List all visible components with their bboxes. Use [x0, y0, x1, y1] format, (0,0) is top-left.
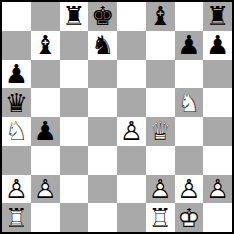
square-b3[interactable] [31, 146, 60, 175]
square-g7[interactable]: ♟ [175, 31, 204, 60]
square-d7[interactable]: ♞ [88, 31, 117, 60]
piece-black-queen: ♛ [2, 88, 31, 117]
pawn-glyph-outline: ♙ [146, 175, 175, 204]
square-e5[interactable] [117, 88, 146, 117]
square-h8[interactable]: ♜ [203, 2, 232, 31]
pawn-glyph: ♟ [175, 31, 204, 60]
square-g4[interactable] [175, 117, 204, 146]
piece-white-pawn: ♟♙ [31, 175, 60, 204]
rook-glyph: ♜ [203, 2, 232, 31]
piece-white-knight: ♞♘ [2, 117, 31, 146]
square-f4[interactable]: ♛♕ [146, 117, 175, 146]
pawn-glyph-outline: ♙ [117, 117, 146, 146]
square-b5[interactable] [31, 88, 60, 117]
square-e3[interactable] [117, 146, 146, 175]
square-a2[interactable]: ♟♙ [2, 175, 31, 204]
piece-black-bishop: ♝ [31, 31, 60, 60]
square-d3[interactable] [88, 146, 117, 175]
piece-white-pawn: ♟♙ [117, 117, 146, 146]
piece-black-king: ♚ [88, 2, 117, 31]
square-c4[interactable] [60, 117, 89, 146]
square-g8[interactable] [175, 2, 204, 31]
square-b7[interactable]: ♝ [31, 31, 60, 60]
square-b4[interactable]: ♟ [31, 117, 60, 146]
square-b6[interactable] [31, 60, 60, 89]
piece-white-rook: ♜♖ [2, 203, 31, 232]
pawn-glyph-outline: ♙ [175, 175, 204, 204]
square-e1[interactable] [117, 203, 146, 232]
square-g6[interactable] [175, 60, 204, 89]
square-a1[interactable]: ♜♖ [2, 203, 31, 232]
square-h5[interactable] [203, 88, 232, 117]
square-f1[interactable]: ♜♖ [146, 203, 175, 232]
square-g2[interactable]: ♟♙ [175, 175, 204, 204]
square-b8[interactable] [31, 2, 60, 31]
square-h6[interactable] [203, 60, 232, 89]
square-f8[interactable]: ♝ [146, 2, 175, 31]
square-a7[interactable] [2, 31, 31, 60]
rook-glyph-outline: ♖ [146, 203, 175, 232]
king-glyph: ♚ [88, 2, 117, 31]
piece-black-pawn: ♟ [175, 31, 204, 60]
pawn-glyph: ♟ [2, 60, 31, 89]
square-d1[interactable] [88, 203, 117, 232]
piece-white-pawn: ♟♙ [203, 175, 232, 204]
piece-white-pawn: ♟♙ [2, 175, 31, 204]
square-e6[interactable] [117, 60, 146, 89]
square-c8[interactable]: ♜ [60, 2, 89, 31]
piece-black-rook: ♜ [60, 2, 89, 31]
rook-glyph: ♜ [60, 2, 89, 31]
piece-black-pawn: ♟ [203, 31, 232, 60]
square-b2[interactable]: ♟♙ [31, 175, 60, 204]
square-c6[interactable] [60, 60, 89, 89]
square-b1[interactable] [31, 203, 60, 232]
square-e7[interactable] [117, 31, 146, 60]
piece-black-rook: ♜ [203, 2, 232, 31]
pawn-glyph-outline: ♙ [2, 175, 31, 204]
square-a4[interactable]: ♞♘ [2, 117, 31, 146]
square-h1[interactable] [203, 203, 232, 232]
pawn-glyph-outline: ♙ [203, 175, 232, 204]
square-d6[interactable] [88, 60, 117, 89]
square-d8[interactable]: ♚ [88, 2, 117, 31]
piece-white-rook: ♜♖ [146, 203, 175, 232]
bishop-glyph: ♝ [31, 31, 60, 60]
knight-glyph-outline: ♘ [175, 88, 204, 117]
square-c3[interactable] [60, 146, 89, 175]
piece-white-pawn: ♟♙ [146, 175, 175, 204]
square-c5[interactable] [60, 88, 89, 117]
square-h4[interactable] [203, 117, 232, 146]
square-f6[interactable] [146, 60, 175, 89]
square-f5[interactable] [146, 88, 175, 117]
piece-black-knight: ♞ [88, 31, 117, 60]
bishop-glyph: ♝ [146, 2, 175, 31]
piece-black-pawn: ♟ [2, 60, 31, 89]
pawn-glyph-outline: ♙ [31, 175, 60, 204]
piece-black-pawn: ♟ [31, 117, 60, 146]
queen-glyph-outline: ♕ [146, 117, 175, 146]
knight-glyph: ♞ [88, 31, 117, 60]
square-a6[interactable]: ♟ [2, 60, 31, 89]
rook-glyph-outline: ♖ [2, 203, 31, 232]
square-h2[interactable]: ♟♙ [203, 175, 232, 204]
square-d2[interactable] [88, 175, 117, 204]
pawn-glyph: ♟ [31, 117, 60, 146]
piece-white-pawn: ♟♙ [175, 175, 204, 204]
queen-glyph: ♛ [2, 88, 31, 117]
square-f7[interactable] [146, 31, 175, 60]
square-a8[interactable] [2, 2, 31, 31]
square-c7[interactable] [60, 31, 89, 60]
square-e8[interactable] [117, 2, 146, 31]
square-d5[interactable] [88, 88, 117, 117]
square-a5[interactable]: ♛ [2, 88, 31, 117]
piece-black-bishop: ♝ [146, 2, 175, 31]
knight-glyph-outline: ♘ [2, 117, 31, 146]
square-f2[interactable]: ♟♙ [146, 175, 175, 204]
square-h3[interactable] [203, 146, 232, 175]
square-e2[interactable] [117, 175, 146, 204]
chessboard: ♜♚♝♜♝♞♟♟♟♛♞♘♞♘♟♟♙♛♕♟♙♟♙♟♙♟♙♟♙♜♖♜♖♚♔ [0, 0, 234, 234]
square-a3[interactable] [2, 146, 31, 175]
square-g1[interactable]: ♚♔ [175, 203, 204, 232]
square-h7[interactable]: ♟ [203, 31, 232, 60]
square-e4[interactable]: ♟♙ [117, 117, 146, 146]
square-g5[interactable]: ♞♘ [175, 88, 204, 117]
piece-white-knight: ♞♘ [175, 88, 204, 117]
king-glyph-outline: ♔ [175, 203, 204, 232]
pawn-glyph: ♟ [203, 31, 232, 60]
square-d4[interactable] [88, 117, 117, 146]
square-c1[interactable] [60, 203, 89, 232]
piece-white-queen: ♛♕ [146, 117, 175, 146]
square-g3[interactable] [175, 146, 204, 175]
piece-white-king: ♚♔ [175, 203, 204, 232]
square-c2[interactable] [60, 175, 89, 204]
square-f3[interactable] [146, 146, 175, 175]
